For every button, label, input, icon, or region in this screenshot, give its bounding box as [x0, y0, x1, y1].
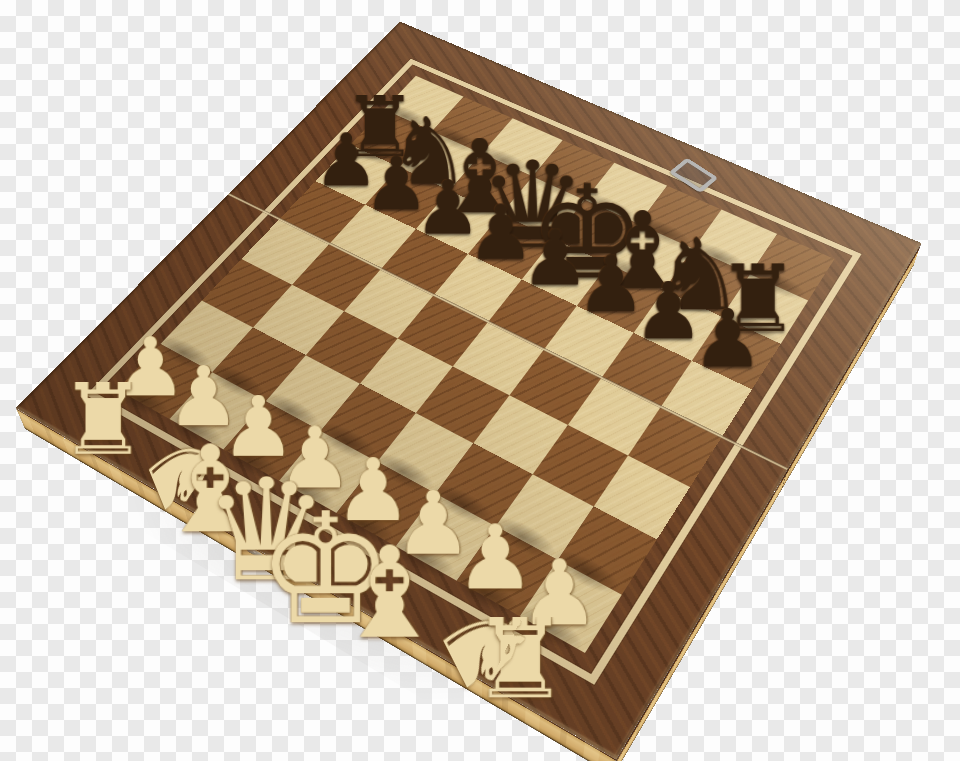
chess-box: ♜♞♝♛♚♝♞♜♟♟♟♟♟♟♟♟♟♟♟♟♟♟♟♟♜♞♝♛♚♝♞♜ — [16, 22, 922, 760]
piece-white-pawn[interactable]: ♟ — [560, 557, 624, 592]
piece-glyph: ♝ — [333, 545, 446, 643]
square-c3[interactable] — [306, 311, 398, 383]
photo-canvas: ♜♞♝♛♚♝♞♜♟♟♟♟♟♟♟♟♟♟♟♟♟♟♟♟♜♞♝♛♚♝♞♜ — [0, 0, 960, 761]
board-top-face: ♜♞♝♛♚♝♞♜♟♟♟♟♟♟♟♟♟♟♟♟♟♟♟♟♜♞♝♛♚♝♞♜ — [16, 22, 922, 760]
piece-glyph: ♟ — [692, 308, 764, 370]
board-scene: ♜♞♝♛♚♝♞♜♟♟♟♟♟♟♟♟♟♟♟♟♟♟♟♟♜♞♝♛♚♝♞♜ — [0, 0, 960, 761]
chess-board: ♜♞♝♛♚♝♞♜♟♟♟♟♟♟♟♟♟♟♟♟♟♟♟♟♜♞♝♛♚♝♞♜ — [117, 76, 834, 653]
piece-glyph: ♜ — [59, 382, 147, 459]
